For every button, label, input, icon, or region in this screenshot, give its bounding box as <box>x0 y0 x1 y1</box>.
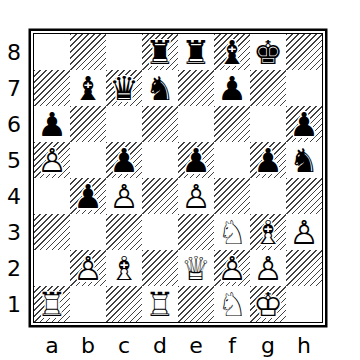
piece-outline-glyph: ♙ <box>250 250 286 286</box>
square-d3 <box>142 214 178 250</box>
square-c3 <box>106 214 142 250</box>
file-label-f: f <box>214 331 250 359</box>
file-label-c: c <box>106 331 142 359</box>
piece-outline-glyph: ♖ <box>142 286 178 322</box>
rank-label-5: 5 <box>1 142 27 178</box>
white-pawn-e4-piece: ♟♙ <box>178 178 214 214</box>
square-a1: ♜♖ <box>34 286 70 322</box>
square-h6: ♟ <box>286 106 322 142</box>
square-b5 <box>70 142 106 178</box>
black-queen-c7-piece: ♛ <box>106 70 142 106</box>
piece-outline-glyph: ♙ <box>70 250 106 286</box>
piece-glyph: ♚ <box>250 34 286 70</box>
square-c2: ♝♗ <box>106 250 142 286</box>
piece-glyph: ♟ <box>70 178 106 214</box>
square-h5: ♞ <box>286 142 322 178</box>
black-knight-d7-piece: ♞ <box>142 70 178 106</box>
square-g3: ♝♗ <box>250 214 286 250</box>
black-bishop-b7-piece: ♝ <box>70 70 106 106</box>
square-d4 <box>142 178 178 214</box>
square-a5: ♟♙ <box>34 142 70 178</box>
square-c4: ♟♙ <box>106 178 142 214</box>
square-b3 <box>70 214 106 250</box>
black-knight-h5-piece: ♞ <box>286 142 322 178</box>
square-g7 <box>250 70 286 106</box>
square-f1: ♞♘ <box>214 286 250 322</box>
white-pawn-f2-piece: ♟♙ <box>214 250 250 286</box>
black-pawn-b4-piece: ♟ <box>70 178 106 214</box>
piece-outline-glyph: ♙ <box>106 178 142 214</box>
file-labels: abcdefgh <box>34 331 322 359</box>
square-g5: ♟ <box>250 142 286 178</box>
black-pawn-e5-piece: ♟ <box>178 142 214 178</box>
rank-label-1: 1 <box>1 286 27 322</box>
white-knight-f3-piece: ♞♘ <box>214 214 250 250</box>
square-d1: ♜♖ <box>142 286 178 322</box>
square-c6 <box>106 106 142 142</box>
white-bishop-g3-piece: ♝♗ <box>250 214 286 250</box>
piece-glyph: ♝ <box>70 70 106 106</box>
square-b1 <box>70 286 106 322</box>
square-e5: ♟ <box>178 142 214 178</box>
board-frame: ♜♜♝♚♝♛♞♟♟♟♟♙♟♟♟♞♟♟♙♟♙♞♘♝♗♟♙♟♙♝♗♛♕♟♙♟♙♜♖♜… <box>33 33 323 323</box>
piece-outline-glyph: ♙ <box>34 142 70 178</box>
black-pawn-c5-piece: ♟ <box>106 142 142 178</box>
square-h8 <box>286 34 322 70</box>
black-pawn-h6-piece: ♟ <box>286 106 322 142</box>
square-e1 <box>178 286 214 322</box>
piece-glyph: ♟ <box>286 106 322 142</box>
rank-label-2: 2 <box>1 250 27 286</box>
file-label-a: a <box>34 331 70 359</box>
square-d5 <box>142 142 178 178</box>
black-king-g8-piece: ♚ <box>250 34 286 70</box>
black-bishop-f8-piece: ♝ <box>214 34 250 70</box>
piece-glyph: ♟ <box>178 142 214 178</box>
file-label-e: e <box>178 331 214 359</box>
piece-outline-glyph: ♔ <box>250 286 286 322</box>
rank-label-6: 6 <box>1 106 27 142</box>
square-e4: ♟♙ <box>178 178 214 214</box>
square-e7 <box>178 70 214 106</box>
square-b8 <box>70 34 106 70</box>
piece-outline-glyph: ♙ <box>286 214 322 250</box>
square-c7: ♛ <box>106 70 142 106</box>
white-bishop-c2-piece: ♝♗ <box>106 250 142 286</box>
file-label-g: g <box>250 331 286 359</box>
square-g6 <box>250 106 286 142</box>
chess-diagram: 87654321 ♜♜♝♚♝♛♞♟♟♟♟♙♟♟♟♞♟♟♙♟♙♞♘♝♗♟♙♟♙♝♗… <box>0 0 360 360</box>
square-h2 <box>286 250 322 286</box>
white-rook-d1-piece: ♜♖ <box>142 286 178 322</box>
piece-glyph: ♟ <box>214 70 250 106</box>
white-queen-e2-piece: ♛♕ <box>178 250 214 286</box>
rank-label-4: 4 <box>1 178 27 214</box>
white-pawn-h3-piece: ♟♙ <box>286 214 322 250</box>
square-f3: ♞♘ <box>214 214 250 250</box>
square-d8: ♜ <box>142 34 178 70</box>
square-a2 <box>34 250 70 286</box>
white-pawn-c4-piece: ♟♙ <box>106 178 142 214</box>
piece-glyph: ♜ <box>178 34 214 70</box>
piece-glyph: ♝ <box>214 34 250 70</box>
piece-outline-glyph: ♘ <box>214 214 250 250</box>
square-e8: ♜ <box>178 34 214 70</box>
file-label-d: d <box>142 331 178 359</box>
square-d7: ♞ <box>142 70 178 106</box>
square-g8: ♚ <box>250 34 286 70</box>
square-b4: ♟ <box>70 178 106 214</box>
rank-label-7: 7 <box>1 70 27 106</box>
piece-outline-glyph: ♙ <box>178 178 214 214</box>
rank-label-3: 3 <box>1 214 27 250</box>
piece-glyph: ♟ <box>34 106 70 142</box>
square-h3: ♟♙ <box>286 214 322 250</box>
white-knight-f1-piece: ♞♘ <box>214 286 250 322</box>
square-a7 <box>34 70 70 106</box>
white-pawn-b2-piece: ♟♙ <box>70 250 106 286</box>
rank-labels: 87654321 <box>1 34 27 322</box>
square-h4 <box>286 178 322 214</box>
file-label-b: b <box>70 331 106 359</box>
square-e6 <box>178 106 214 142</box>
file-label-h: h <box>286 331 322 359</box>
black-pawn-f7-piece: ♟ <box>214 70 250 106</box>
square-g2: ♟♙ <box>250 250 286 286</box>
black-rook-d8-piece: ♜ <box>142 34 178 70</box>
black-rook-e8-piece: ♜ <box>178 34 214 70</box>
piece-glyph: ♟ <box>250 142 286 178</box>
white-pawn-a5-piece: ♟♙ <box>34 142 70 178</box>
square-c1 <box>106 286 142 322</box>
square-d6 <box>142 106 178 142</box>
piece-glyph: ♞ <box>142 70 178 106</box>
square-c8 <box>106 34 142 70</box>
square-a3 <box>34 214 70 250</box>
piece-outline-glyph: ♖ <box>34 286 70 322</box>
square-a6: ♟ <box>34 106 70 142</box>
black-pawn-g5-piece: ♟ <box>250 142 286 178</box>
piece-outline-glyph: ♙ <box>214 250 250 286</box>
square-g4 <box>250 178 286 214</box>
square-a4 <box>34 178 70 214</box>
piece-glyph: ♟ <box>106 142 142 178</box>
square-f5 <box>214 142 250 178</box>
square-f8: ♝ <box>214 34 250 70</box>
square-b6 <box>70 106 106 142</box>
piece-outline-glyph: ♘ <box>214 286 250 322</box>
square-d2 <box>142 250 178 286</box>
square-f4 <box>214 178 250 214</box>
white-pawn-g2-piece: ♟♙ <box>250 250 286 286</box>
square-f7: ♟ <box>214 70 250 106</box>
square-f2: ♟♙ <box>214 250 250 286</box>
square-b2: ♟♙ <box>70 250 106 286</box>
square-c5: ♟ <box>106 142 142 178</box>
piece-glyph: ♛ <box>106 70 142 106</box>
square-h7 <box>286 70 322 106</box>
rank-label-8: 8 <box>1 34 27 70</box>
square-a8 <box>34 34 70 70</box>
white-king-g1-piece: ♚♔ <box>250 286 286 322</box>
board-grid: ♜♜♝♚♝♛♞♟♟♟♟♙♟♟♟♞♟♟♙♟♙♞♘♝♗♟♙♟♙♝♗♛♕♟♙♟♙♜♖♜… <box>34 34 322 322</box>
square-g1: ♚♔ <box>250 286 286 322</box>
white-rook-a1-piece: ♜♖ <box>34 286 70 322</box>
square-f6 <box>214 106 250 142</box>
piece-outline-glyph: ♕ <box>178 250 214 286</box>
black-pawn-a6-piece: ♟ <box>34 106 70 142</box>
square-e3 <box>178 214 214 250</box>
square-b7: ♝ <box>70 70 106 106</box>
piece-outline-glyph: ♗ <box>106 250 142 286</box>
piece-glyph: ♜ <box>142 34 178 70</box>
square-h1 <box>286 286 322 322</box>
piece-outline-glyph: ♗ <box>250 214 286 250</box>
piece-glyph: ♞ <box>286 142 322 178</box>
square-e2: ♛♕ <box>178 250 214 286</box>
